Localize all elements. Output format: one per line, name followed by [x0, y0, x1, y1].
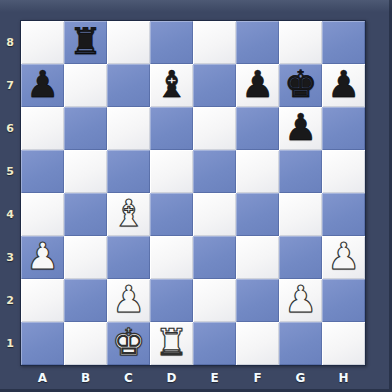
square-e8[interactable]	[193, 21, 236, 64]
square-c6[interactable]	[107, 107, 150, 150]
square-b3[interactable]	[64, 236, 107, 279]
rank-label-1: 1	[0, 322, 20, 365]
rank-label-8: 8	[0, 21, 20, 64]
square-d6[interactable]	[150, 107, 193, 150]
square-a3[interactable]: ♟	[21, 236, 64, 279]
square-f4[interactable]	[236, 193, 279, 236]
square-f2[interactable]	[236, 279, 279, 322]
file-label-e: E	[193, 366, 236, 390]
square-h7[interactable]: ♟	[322, 64, 365, 107]
square-e6[interactable]	[193, 107, 236, 150]
square-e1[interactable]	[193, 322, 236, 365]
square-g3[interactable]	[279, 236, 322, 279]
square-f5[interactable]	[236, 150, 279, 193]
square-g1[interactable]	[279, 322, 322, 365]
square-b4[interactable]	[64, 193, 107, 236]
file-label-a: A	[21, 366, 64, 390]
black-bishop-piece: ♝	[155, 63, 188, 106]
white-bishop-piece: ♝	[112, 192, 145, 235]
square-d1[interactable]: ♜	[150, 322, 193, 365]
square-c5[interactable]	[107, 150, 150, 193]
square-g8[interactable]	[279, 21, 322, 64]
square-b1[interactable]	[64, 322, 107, 365]
square-g7[interactable]: ♚	[279, 64, 322, 107]
black-pawn-piece: ♟	[26, 63, 59, 106]
square-b8[interactable]: ♜	[64, 21, 107, 64]
square-d7[interactable]: ♝	[150, 64, 193, 107]
square-a8[interactable]	[21, 21, 64, 64]
square-b2[interactable]	[64, 279, 107, 322]
square-h3[interactable]: ♟	[322, 236, 365, 279]
square-a1[interactable]	[21, 322, 64, 365]
file-label-g: G	[279, 366, 322, 390]
square-e4[interactable]	[193, 193, 236, 236]
chess-board: ♜♟♝♟♚♟♟♝♟♟♟♟♚♜	[20, 20, 366, 366]
white-rook-piece: ♜	[155, 321, 188, 364]
square-h1[interactable]	[322, 322, 365, 365]
square-a6[interactable]	[21, 107, 64, 150]
square-h8[interactable]	[322, 21, 365, 64]
square-f7[interactable]: ♟	[236, 64, 279, 107]
square-f8[interactable]	[236, 21, 279, 64]
square-b6[interactable]	[64, 107, 107, 150]
file-label-b: B	[64, 366, 107, 390]
square-a5[interactable]	[21, 150, 64, 193]
square-b5[interactable]	[64, 150, 107, 193]
square-a2[interactable]	[21, 279, 64, 322]
square-g2[interactable]: ♟	[279, 279, 322, 322]
square-a7[interactable]: ♟	[21, 64, 64, 107]
white-pawn-piece: ♟	[284, 278, 317, 321]
square-d5[interactable]	[150, 150, 193, 193]
rank-label-7: 7	[0, 64, 20, 107]
square-h2[interactable]	[322, 279, 365, 322]
chess-diagram: 87654321 ♜♟♝♟♚♟♟♝♟♟♟♟♚♜ ABCDEFGH	[0, 0, 392, 392]
black-rook-piece: ♜	[69, 20, 102, 63]
rank-label-5: 5	[0, 150, 20, 193]
rank-label-6: 6	[0, 107, 20, 150]
file-label-d: D	[150, 366, 193, 390]
square-g6[interactable]: ♟	[279, 107, 322, 150]
square-g4[interactable]	[279, 193, 322, 236]
square-f3[interactable]	[236, 236, 279, 279]
white-pawn-piece: ♟	[327, 235, 360, 278]
square-d8[interactable]	[150, 21, 193, 64]
file-label-h: H	[322, 366, 365, 390]
white-pawn-piece: ♟	[26, 235, 59, 278]
square-c2[interactable]: ♟	[107, 279, 150, 322]
black-pawn-piece: ♟	[327, 63, 360, 106]
square-e7[interactable]	[193, 64, 236, 107]
rank-label-2: 2	[0, 279, 20, 322]
square-e5[interactable]	[193, 150, 236, 193]
square-b7[interactable]	[64, 64, 107, 107]
square-c3[interactable]	[107, 236, 150, 279]
square-h6[interactable]	[322, 107, 365, 150]
square-d4[interactable]	[150, 193, 193, 236]
square-f6[interactable]	[236, 107, 279, 150]
square-c1[interactable]: ♚	[107, 322, 150, 365]
rank-label-4: 4	[0, 193, 20, 236]
rank-label-3: 3	[0, 236, 20, 279]
square-e3[interactable]	[193, 236, 236, 279]
white-king-piece: ♚	[112, 321, 145, 364]
black-king-piece: ♚	[284, 63, 317, 106]
file-labels: ABCDEFGH	[21, 366, 365, 390]
black-pawn-piece: ♟	[284, 106, 317, 149]
black-pawn-piece: ♟	[241, 63, 274, 106]
square-a4[interactable]	[21, 193, 64, 236]
square-f1[interactable]	[236, 322, 279, 365]
square-g5[interactable]	[279, 150, 322, 193]
square-d2[interactable]	[150, 279, 193, 322]
square-e2[interactable]	[193, 279, 236, 322]
white-pawn-piece: ♟	[112, 278, 145, 321]
square-h5[interactable]	[322, 150, 365, 193]
square-c8[interactable]	[107, 21, 150, 64]
square-c7[interactable]	[107, 64, 150, 107]
file-label-f: F	[236, 366, 279, 390]
square-c4[interactable]: ♝	[107, 193, 150, 236]
square-h4[interactable]	[322, 193, 365, 236]
rank-labels: 87654321	[0, 21, 20, 365]
square-d3[interactable]	[150, 236, 193, 279]
file-label-c: C	[107, 366, 150, 390]
